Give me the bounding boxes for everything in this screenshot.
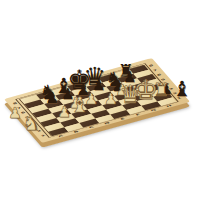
chess-set-scene: ABCDEFGH 87654321 87654321 ♞♝♚♛♜♟♟♟♟♞♟♟♟… — [0, 0, 200, 200]
